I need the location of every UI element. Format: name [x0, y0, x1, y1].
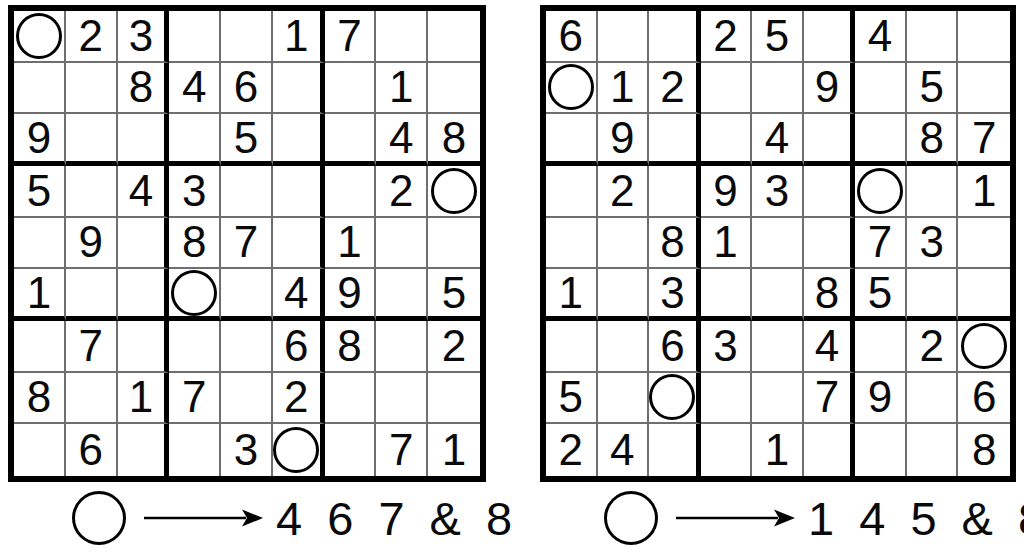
cell-r6c7[interactable]: 9 [325, 269, 377, 321]
cell-r6c5[interactable] [221, 269, 273, 321]
given-digit: 5 [27, 169, 51, 213]
cell-r4c8[interactable]: 2 [376, 166, 428, 218]
cell-r6c6[interactable]: 4 [273, 269, 325, 321]
given-digit: 6 [660, 324, 684, 368]
given-digit: 9 [868, 375, 892, 419]
cell-r5c1[interactable] [546, 218, 598, 270]
given-digit: 2 [919, 324, 943, 368]
cell-r7c6[interactable]: 4 [804, 321, 856, 373]
given-digit: 9 [27, 116, 51, 160]
legend-values: 1 4 5 & 8 [808, 495, 1024, 542]
arrow-right-icon [674, 505, 796, 531]
cell-r9c3[interactable] [649, 424, 701, 476]
given-digit: 7 [868, 220, 892, 264]
cell-r3c7[interactable] [325, 114, 377, 166]
cell-r8c5[interactable] [752, 373, 804, 425]
circle-icon [72, 491, 126, 545]
given-digit: 2 [284, 375, 308, 419]
cell-r6c6[interactable]: 8 [804, 269, 856, 321]
cell-r4c1[interactable] [546, 166, 598, 218]
given-digit: 3 [919, 220, 943, 264]
cell-r8c3[interactable] [649, 373, 701, 425]
cell-r1c2[interactable]: 2 [66, 11, 118, 63]
cell-r3c9[interactable]: 7 [958, 114, 1010, 166]
cell-r8c8[interactable] [907, 373, 959, 425]
cell-r7c5[interactable] [752, 321, 804, 373]
cell-r5c8[interactable]: 3 [907, 218, 959, 270]
cell-r3c7[interactable] [855, 114, 907, 166]
circle-icon [604, 491, 658, 545]
cell-r2c2[interactable] [66, 63, 118, 115]
cell-r4c9[interactable] [428, 166, 480, 218]
cell-r2c3[interactable]: 2 [649, 63, 701, 115]
cell-r8c2[interactable] [66, 373, 118, 425]
circle-marker [273, 427, 319, 473]
cell-r7c4[interactable]: 3 [701, 321, 753, 373]
legend-values: 4 6 7 & 8 [276, 495, 518, 542]
given-digit: 7 [337, 14, 361, 58]
cell-r6c3[interactable]: 3 [649, 269, 701, 321]
cell-r3c3[interactable] [649, 114, 701, 166]
cell-r9c9[interactable]: 1 [428, 424, 480, 476]
cell-r2c1[interactable] [14, 63, 66, 115]
given-digit: 8 [919, 116, 943, 160]
given-digit: 7 [182, 375, 206, 419]
given-digit: 2 [78, 14, 102, 58]
given-digit: 1 [129, 375, 153, 419]
cell-r9c1[interactable] [14, 424, 66, 476]
given-digit: 5 [559, 375, 583, 419]
given-digit: 6 [78, 428, 102, 472]
given-digit: 9 [610, 116, 634, 160]
cell-r6c4[interactable] [701, 269, 753, 321]
cell-r8c1[interactable]: 8 [14, 373, 66, 425]
cell-r1c1[interactable] [14, 11, 66, 63]
cell-r4c5[interactable] [221, 166, 273, 218]
cell-r7c3[interactable]: 6 [649, 321, 701, 373]
given-digit: 8 [337, 324, 361, 368]
given-digit: 4 [129, 169, 153, 213]
cell-r2c7[interactable] [325, 63, 377, 115]
given-digit: 7 [78, 324, 102, 368]
given-digit: 8 [27, 375, 51, 419]
given-digit: 5 [868, 271, 892, 315]
given-digit: 1 [713, 220, 737, 264]
cell-r3c8[interactable]: 4 [376, 114, 428, 166]
cell-r3c5[interactable]: 5 [221, 114, 273, 166]
cell-r5c5[interactable] [752, 218, 804, 270]
cell-r6c5[interactable] [752, 269, 804, 321]
given-digit: 3 [234, 428, 258, 472]
cell-r1c6[interactable] [804, 11, 856, 63]
given-digit: 3 [182, 169, 206, 213]
circle-marker [548, 64, 594, 110]
legend-right: 1 4 5 & 8 [604, 488, 1024, 548]
cell-r9c5[interactable]: 1 [752, 424, 804, 476]
cell-r9c7[interactable] [325, 424, 377, 476]
cell-r7c4[interactable] [169, 321, 221, 373]
given-digit: 8 [815, 271, 839, 315]
legend-left: 4 6 7 & 8 [72, 488, 518, 548]
circle-marker [431, 168, 477, 214]
cell-r4c4[interactable]: 3 [169, 166, 221, 218]
circle-marker [649, 374, 695, 420]
given-digit: 9 [78, 220, 102, 264]
cell-r9c2[interactable]: 4 [598, 424, 650, 476]
cell-r2c3[interactable]: 8 [118, 63, 170, 115]
given-digit: 1 [442, 428, 466, 472]
given-digit: 5 [919, 65, 943, 109]
given-digit: 9 [713, 169, 737, 213]
given-digit: 2 [389, 169, 413, 213]
cell-r4c5[interactable]: 3 [752, 166, 804, 218]
cell-r4c6[interactable] [273, 166, 325, 218]
given-digit: 2 [442, 324, 466, 368]
cell-r4c2[interactable]: 2 [598, 166, 650, 218]
given-digit: 5 [765, 14, 789, 58]
cell-r2c4[interactable] [701, 63, 753, 115]
cell-r8c9[interactable] [428, 373, 480, 425]
cell-r3c3[interactable] [118, 114, 170, 166]
given-digit: 8 [129, 65, 153, 109]
cell-r5c9[interactable] [428, 218, 480, 270]
cell-r9c5[interactable]: 3 [221, 424, 273, 476]
cell-r2c2[interactable]: 1 [598, 63, 650, 115]
cell-r7c5[interactable] [221, 321, 273, 373]
given-digit: 6 [284, 324, 308, 368]
cell-r1c8[interactable] [376, 11, 428, 63]
arrow-right-icon [142, 505, 264, 531]
given-digit: 1 [610, 65, 634, 109]
given-digit: 8 [182, 220, 206, 264]
cell-r2c5[interactable]: 6 [221, 63, 273, 115]
cell-r2c1[interactable] [546, 63, 598, 115]
cell-r3c2[interactable]: 9 [598, 114, 650, 166]
given-digit: 2 [610, 169, 634, 213]
given-digit: 1 [389, 65, 413, 109]
given-digit: 8 [442, 116, 466, 160]
cell-r7c7[interactable]: 8 [325, 321, 377, 373]
cell-r1c8[interactable] [907, 11, 959, 63]
cell-r7c8[interactable] [376, 321, 428, 373]
cell-r5c4[interactable]: 1 [701, 218, 753, 270]
cell-r2c5[interactable] [752, 63, 804, 115]
cell-r2c9[interactable] [428, 63, 480, 115]
cell-r9c8[interactable] [907, 424, 959, 476]
cell-r8c7[interactable] [325, 373, 377, 425]
cell-r5c9[interactable] [958, 218, 1010, 270]
cell-r5c7[interactable]: 1 [325, 218, 377, 270]
given-digit: 8 [972, 428, 996, 472]
cell-r8c3[interactable]: 1 [118, 373, 170, 425]
cell-r5c2[interactable] [598, 218, 650, 270]
cell-r7c7[interactable] [855, 321, 907, 373]
cell-r2c8[interactable]: 1 [376, 63, 428, 115]
cell-r7c6[interactable]: 6 [273, 321, 325, 373]
cell-r8c5[interactable] [221, 373, 273, 425]
cell-r4c3[interactable] [649, 166, 701, 218]
given-digit: 4 [815, 324, 839, 368]
cell-r2c4[interactable]: 4 [169, 63, 221, 115]
cell-r5c7[interactable]: 7 [855, 218, 907, 270]
given-digit: 1 [27, 271, 51, 315]
given-digit: 3 [713, 324, 737, 368]
given-digit: 6 [972, 375, 996, 419]
cell-r1c5[interactable] [221, 11, 273, 63]
cell-r4c3[interactable]: 4 [118, 166, 170, 218]
cell-r8c1[interactable]: 5 [546, 373, 598, 425]
cell-r5c3[interactable] [118, 218, 170, 270]
given-digit: 1 [284, 14, 308, 58]
given-digit: 5 [234, 116, 258, 160]
given-digit: 3 [129, 14, 153, 58]
cell-r7c9[interactable]: 2 [428, 321, 480, 373]
cell-r8c6[interactable]: 7 [804, 373, 856, 425]
cell-r6c1[interactable]: 1 [14, 269, 66, 321]
given-digit: 2 [660, 65, 684, 109]
given-digit: 6 [559, 14, 583, 58]
cell-r1c7[interactable]: 4 [855, 11, 907, 63]
given-digit: 8 [660, 220, 684, 264]
given-digit: 2 [713, 14, 737, 58]
given-digit: 7 [815, 375, 839, 419]
cell-r4c9[interactable]: 1 [958, 166, 1010, 218]
cell-r4c7[interactable] [855, 166, 907, 218]
cell-r8c2[interactable] [598, 373, 650, 425]
cell-r9c6[interactable] [273, 424, 325, 476]
cell-r6c7[interactable]: 5 [855, 269, 907, 321]
given-digit: 3 [660, 271, 684, 315]
cell-r9c1[interactable]: 2 [546, 424, 598, 476]
cell-r4c7[interactable] [325, 166, 377, 218]
cell-r7c8[interactable]: 2 [907, 321, 959, 373]
cell-r1c9[interactable] [428, 11, 480, 63]
cell-r4c1[interactable]: 5 [14, 166, 66, 218]
cell-r7c2[interactable]: 7 [66, 321, 118, 373]
cell-r5c5[interactable]: 7 [221, 218, 273, 270]
cell-r6c2[interactable] [66, 269, 118, 321]
given-digit: 1 [765, 428, 789, 472]
given-digit: 1 [559, 271, 583, 315]
cell-r4c6[interactable] [804, 166, 856, 218]
cell-r1c3[interactable]: 3 [118, 11, 170, 63]
given-digit: 9 [815, 65, 839, 109]
cell-r3c9[interactable]: 8 [428, 114, 480, 166]
cell-r9c6[interactable] [804, 424, 856, 476]
cell-r7c1[interactable] [14, 321, 66, 373]
cell-r2c6[interactable] [273, 63, 325, 115]
given-digit: 4 [765, 116, 789, 160]
cell-r3c2[interactable] [66, 114, 118, 166]
cell-r5c2[interactable]: 9 [66, 218, 118, 270]
given-digit: 1 [972, 169, 996, 213]
given-digit: 7 [234, 220, 258, 264]
cell-r1c7[interactable]: 7 [325, 11, 377, 63]
given-digit: 4 [610, 428, 634, 472]
given-digit: 1 [337, 220, 361, 264]
page: 231784619548543298711495768281726371 625… [0, 0, 1024, 552]
given-digit: 4 [868, 14, 892, 58]
cell-r7c3[interactable] [118, 321, 170, 373]
cell-r2c7[interactable] [855, 63, 907, 115]
given-digit: 2 [559, 428, 583, 472]
cell-r8c4[interactable]: 7 [169, 373, 221, 425]
cell-r3c5[interactable]: 4 [752, 114, 804, 166]
given-digit: 4 [389, 116, 413, 160]
cell-r2c9[interactable] [958, 63, 1010, 115]
cell-r3c6[interactable] [273, 114, 325, 166]
given-digit: 4 [182, 65, 206, 109]
cell-r8c6[interactable]: 2 [273, 373, 325, 425]
cell-r8c7[interactable]: 9 [855, 373, 907, 425]
cell-r3c4[interactable] [169, 114, 221, 166]
cell-r6c4[interactable] [169, 269, 221, 321]
cell-r9c9[interactable]: 8 [958, 424, 1010, 476]
cell-r5c6[interactable] [273, 218, 325, 270]
cell-r9c2[interactable]: 6 [66, 424, 118, 476]
cell-r1c3[interactable] [649, 11, 701, 63]
cell-r1c6[interactable]: 1 [273, 11, 325, 63]
cell-r1c1[interactable]: 6 [546, 11, 598, 63]
circle-marker [16, 13, 62, 59]
cell-r9c7[interactable] [855, 424, 907, 476]
cell-r8c9[interactable]: 6 [958, 373, 1010, 425]
cell-r9c4[interactable] [169, 424, 221, 476]
cell-r4c4[interactable]: 9 [701, 166, 753, 218]
cell-r2c6[interactable]: 9 [804, 63, 856, 115]
cell-r6c9[interactable]: 5 [428, 269, 480, 321]
given-digit: 4 [284, 271, 308, 315]
sudoku-board-right: 625412959487293181731385634257962418 [540, 5, 1016, 482]
cell-r1c5[interactable]: 5 [752, 11, 804, 63]
cell-r4c8[interactable] [907, 166, 959, 218]
cell-r6c8[interactable] [376, 269, 428, 321]
given-digit: 3 [765, 169, 789, 213]
cell-r9c4[interactable] [701, 424, 753, 476]
sudoku-board-left: 231784619548543298711495768281726371 [8, 5, 486, 482]
cell-r6c8[interactable] [907, 269, 959, 321]
cell-r6c2[interactable] [598, 269, 650, 321]
cell-r1c2[interactable] [598, 11, 650, 63]
cell-r7c1[interactable] [546, 321, 598, 373]
given-digit: 7 [389, 428, 413, 472]
circle-marker [961, 323, 1007, 369]
circle-marker [171, 270, 217, 316]
cell-r5c8[interactable] [376, 218, 428, 270]
given-digit: 6 [234, 65, 258, 109]
cell-r6c9[interactable] [958, 269, 1010, 321]
cell-r5c4[interactable]: 8 [169, 218, 221, 270]
cell-r3c1[interactable] [546, 114, 598, 166]
given-digit: 9 [337, 271, 361, 315]
cell-r1c9[interactable] [958, 11, 1010, 63]
cell-r3c1[interactable]: 9 [14, 114, 66, 166]
cell-r6c1[interactable]: 1 [546, 269, 598, 321]
given-digit: 7 [972, 116, 996, 160]
cell-r9c8[interactable]: 7 [376, 424, 428, 476]
cell-r9c3[interactable] [118, 424, 170, 476]
cell-r7c2[interactable] [598, 321, 650, 373]
cell-r3c8[interactable]: 8 [907, 114, 959, 166]
given-digit: 5 [442, 271, 466, 315]
cell-r8c8[interactable] [376, 373, 428, 425]
cell-r5c1[interactable] [14, 218, 66, 270]
cell-r1c4[interactable] [169, 11, 221, 63]
circle-marker [857, 168, 903, 214]
cell-r1c4[interactable]: 2 [701, 11, 753, 63]
cell-r8c4[interactable] [701, 373, 753, 425]
cell-r5c6[interactable] [804, 218, 856, 270]
cell-r2c8[interactable]: 5 [907, 63, 959, 115]
cell-r6c3[interactable] [118, 269, 170, 321]
cell-r4c2[interactable] [66, 166, 118, 218]
cell-r5c3[interactable]: 8 [649, 218, 701, 270]
cell-r7c9[interactable] [958, 321, 1010, 373]
cell-r3c6[interactable] [804, 114, 856, 166]
cell-r3c4[interactable] [701, 114, 753, 166]
